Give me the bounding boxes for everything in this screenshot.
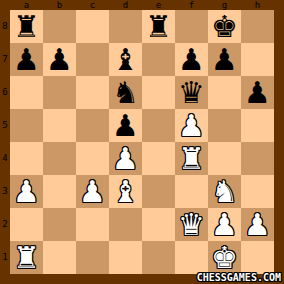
square-d4: ♟: [109, 142, 142, 175]
square-a1: ♜: [10, 241, 43, 274]
square-b6: [43, 76, 76, 109]
rank-label-7: 7: [0, 43, 10, 76]
piece-black-pawn: ♟: [109, 109, 142, 142]
square-f5: ♟: [175, 109, 208, 142]
square-h8: [241, 10, 274, 43]
square-e7: [142, 43, 175, 76]
square-f4: ♜: [175, 142, 208, 175]
square-a7: ♟: [10, 43, 43, 76]
piece-black-king: ♚: [208, 10, 241, 43]
square-c5: [76, 109, 109, 142]
square-h6: ♟: [241, 76, 274, 109]
file-label-d: d: [109, 0, 142, 10]
piece-white-rook: ♜: [175, 142, 208, 175]
square-d7: ♝: [109, 43, 142, 76]
square-f6: ♛: [175, 76, 208, 109]
piece-white-king: ♚: [208, 241, 241, 274]
square-c2: [76, 208, 109, 241]
square-f1: [175, 241, 208, 274]
square-f2: ♛: [175, 208, 208, 241]
file-label-f: f: [175, 0, 208, 10]
square-c1: [76, 241, 109, 274]
rank-label-1: 1: [0, 241, 10, 274]
piece-black-bishop: ♝: [109, 43, 142, 76]
square-f8: [175, 10, 208, 43]
square-d6: ♞: [109, 76, 142, 109]
piece-white-pawn: ♟: [241, 208, 274, 241]
rank-label-4: 4: [0, 142, 10, 175]
square-f3: [175, 175, 208, 208]
square-a6: [10, 76, 43, 109]
square-g5: [208, 109, 241, 142]
square-g4: [208, 142, 241, 175]
piece-black-pawn: ♟: [241, 76, 274, 109]
piece-black-rook: ♜: [142, 10, 175, 43]
piece-black-pawn: ♟: [175, 43, 208, 76]
chess-board: ♜♜♚♟♟♝♟♟♞♛♟♟♟♟♜♟♟♝♞♛♟♟♜♚: [10, 10, 274, 274]
square-d8: [109, 10, 142, 43]
square-g3: ♞: [208, 175, 241, 208]
file-label-h: h: [241, 0, 274, 10]
piece-white-bishop: ♝: [109, 175, 142, 208]
square-g8: ♚: [208, 10, 241, 43]
square-e6: [142, 76, 175, 109]
square-h1: [241, 241, 274, 274]
square-h2: ♟: [241, 208, 274, 241]
square-h7: [241, 43, 274, 76]
piece-white-pawn: ♟: [175, 109, 208, 142]
chessgames-watermark: CHESSGAMES.COM: [197, 272, 281, 284]
piece-white-queen: ♛: [175, 208, 208, 241]
square-h4: [241, 142, 274, 175]
square-d1: [109, 241, 142, 274]
square-b4: [43, 142, 76, 175]
square-e8: ♜: [142, 10, 175, 43]
square-a5: [10, 109, 43, 142]
piece-white-pawn: ♟: [10, 175, 43, 208]
square-c8: [76, 10, 109, 43]
square-b8: [43, 10, 76, 43]
square-d3: ♝: [109, 175, 142, 208]
square-d5: ♟: [109, 109, 142, 142]
rank-label-5: 5: [0, 109, 10, 142]
file-label-c: c: [76, 0, 109, 10]
square-e4: [142, 142, 175, 175]
rank-label-6: 6: [0, 76, 10, 109]
square-g6: [208, 76, 241, 109]
square-a2: [10, 208, 43, 241]
square-c7: [76, 43, 109, 76]
square-a4: [10, 142, 43, 175]
square-f7: ♟: [175, 43, 208, 76]
square-b5: [43, 109, 76, 142]
chess-diagram: abcdefgh 87654321 ♜♜♚♟♟♝♟♟♞♛♟♟♟♟♜♟♟♝♞♛♟♟…: [0, 0, 284, 284]
square-g2: ♟: [208, 208, 241, 241]
square-g1: ♚: [208, 241, 241, 274]
piece-black-knight: ♞: [109, 76, 142, 109]
square-b2: [43, 208, 76, 241]
square-d2: [109, 208, 142, 241]
piece-white-pawn: ♟: [109, 142, 142, 175]
square-c4: [76, 142, 109, 175]
rank-labels: 87654321: [0, 10, 10, 274]
square-c6: [76, 76, 109, 109]
piece-white-rook: ♜: [10, 241, 43, 274]
square-e5: [142, 109, 175, 142]
square-c3: ♟: [76, 175, 109, 208]
rank-label-8: 8: [0, 10, 10, 43]
piece-black-queen: ♛: [175, 76, 208, 109]
square-g7: ♟: [208, 43, 241, 76]
piece-white-pawn: ♟: [76, 175, 109, 208]
square-b7: ♟: [43, 43, 76, 76]
piece-black-pawn: ♟: [10, 43, 43, 76]
square-h3: [241, 175, 274, 208]
piece-black-pawn: ♟: [208, 43, 241, 76]
piece-white-pawn: ♟: [208, 208, 241, 241]
square-e3: [142, 175, 175, 208]
piece-black-rook: ♜: [10, 10, 43, 43]
square-a8: ♜: [10, 10, 43, 43]
square-e2: [142, 208, 175, 241]
square-b3: [43, 175, 76, 208]
rank-label-2: 2: [0, 208, 10, 241]
square-h5: [241, 109, 274, 142]
file-label-b: b: [43, 0, 76, 10]
piece-white-knight: ♞: [208, 175, 241, 208]
square-b1: [43, 241, 76, 274]
square-e1: [142, 241, 175, 274]
rank-label-3: 3: [0, 175, 10, 208]
piece-black-pawn: ♟: [43, 43, 76, 76]
square-a3: ♟: [10, 175, 43, 208]
